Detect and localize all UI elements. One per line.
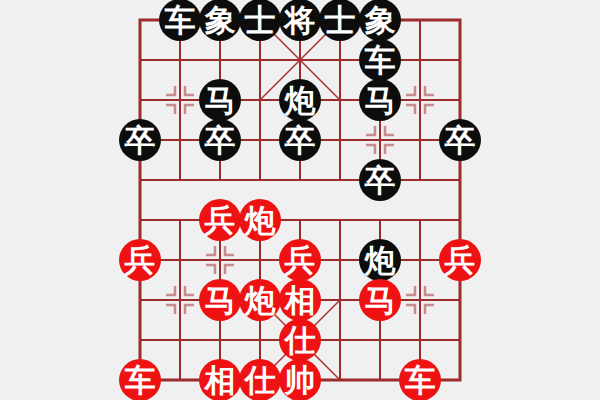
piece-black-pawn[interactable]: 卒 <box>439 119 481 161</box>
piece-red-cannon[interactable]: 炮 <box>239 279 281 321</box>
piece-black-pawn[interactable]: 卒 <box>279 119 321 161</box>
piece-red-general[interactable]: 帅 <box>279 359 321 400</box>
piece-red-rook[interactable]: 车 <box>119 359 161 400</box>
piece-red-pawn[interactable]: 兵 <box>279 239 321 281</box>
piece-red-pawn[interactable]: 兵 <box>199 199 241 241</box>
piece-red-horse[interactable]: 马 <box>359 279 401 321</box>
piece-red-cannon[interactable]: 炮 <box>239 199 281 241</box>
piece-black-horse[interactable]: 马 <box>199 79 241 121</box>
piece-black-advisor[interactable]: 士 <box>319 0 361 41</box>
piece-red-pawn[interactable]: 兵 <box>439 239 481 281</box>
piece-black-cannon[interactable]: 炮 <box>279 79 321 121</box>
piece-black-pawn[interactable]: 卒 <box>359 159 401 201</box>
piece-red-horse[interactable]: 马 <box>199 279 241 321</box>
piece-red-elephant[interactable]: 相 <box>199 359 241 400</box>
piece-black-general[interactable]: 将 <box>279 0 321 41</box>
piece-black-advisor[interactable]: 士 <box>239 0 281 41</box>
piece-black-pawn[interactable]: 卒 <box>199 119 241 161</box>
piece-black-rook[interactable]: 车 <box>359 39 401 81</box>
piece-red-elephant[interactable]: 相 <box>279 279 321 321</box>
piece-black-rook[interactable]: 车 <box>159 0 201 41</box>
xiangqi-board: 车象士将士象车马炮马卒卒卒卒卒兵炮兵兵炮兵马炮相马仕车相仕帅车 <box>0 0 600 400</box>
piece-red-advisor[interactable]: 仕 <box>279 319 321 361</box>
piece-black-horse[interactable]: 马 <box>359 79 401 121</box>
piece-black-elephant[interactable]: 象 <box>359 0 401 41</box>
piece-black-pawn[interactable]: 卒 <box>119 119 161 161</box>
pieces-layer: 车象士将士象车马炮马卒卒卒卒卒兵炮兵兵炮兵马炮相马仕车相仕帅车 <box>120 0 480 400</box>
piece-red-rook[interactable]: 车 <box>399 359 441 400</box>
piece-black-elephant[interactable]: 象 <box>199 0 241 41</box>
piece-red-pawn[interactable]: 兵 <box>119 239 161 281</box>
piece-black-cannon[interactable]: 炮 <box>359 239 401 281</box>
piece-red-advisor[interactable]: 仕 <box>239 359 281 400</box>
